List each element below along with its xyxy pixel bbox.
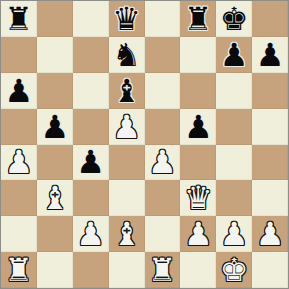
black-pawn-piece: ♟: [5, 73, 34, 109]
square-c8[interactable]: [73, 1, 109, 37]
square-a4[interactable]: ♟: [1, 145, 37, 181]
black-pawn-piece: ♟: [76, 145, 105, 181]
black-pawn-piece: ♟: [184, 109, 213, 145]
square-d8[interactable]: ♛: [109, 1, 145, 37]
square-a2[interactable]: [1, 216, 37, 252]
square-h2[interactable]: ♟: [252, 216, 288, 252]
white-pawn-piece: ♟: [112, 109, 141, 145]
square-b7[interactable]: [37, 37, 73, 73]
square-h8[interactable]: [252, 1, 288, 37]
square-a6[interactable]: ♟: [1, 73, 37, 109]
square-b5[interactable]: ♟: [37, 109, 73, 145]
black-bishop-piece: ♝: [112, 73, 141, 109]
square-b3[interactable]: ♝: [37, 180, 73, 216]
square-e3[interactable]: [145, 180, 181, 216]
square-f3[interactable]: ♛: [180, 180, 216, 216]
square-b2[interactable]: [37, 216, 73, 252]
white-rook-piece: ♜: [148, 252, 177, 288]
square-c6[interactable]: [73, 73, 109, 109]
square-h6[interactable]: [252, 73, 288, 109]
square-e8[interactable]: [145, 1, 181, 37]
square-g1[interactable]: ♚: [216, 252, 252, 288]
black-pawn-piece: ♟: [220, 37, 249, 73]
square-h7[interactable]: ♟: [252, 37, 288, 73]
black-pawn-piece: ♟: [256, 37, 285, 73]
white-pawn-piece: ♟: [76, 216, 105, 252]
square-b6[interactable]: [37, 73, 73, 109]
square-b4[interactable]: [37, 145, 73, 181]
square-c4[interactable]: ♟: [73, 145, 109, 181]
square-g3[interactable]: [216, 180, 252, 216]
black-king-piece: ♚: [220, 1, 249, 37]
white-pawn-piece: ♟: [148, 145, 177, 181]
square-d1[interactable]: [109, 252, 145, 288]
square-g8[interactable]: ♚: [216, 1, 252, 37]
black-rook-piece: ♜: [5, 1, 34, 37]
square-a8[interactable]: ♜: [1, 1, 37, 37]
square-f1[interactable]: [180, 252, 216, 288]
chess-board: ♜♛♜♚♞♟♟♟♝♟♟♟♟♟♟♝♛♟♝♟♟♟♜♜♚: [0, 0, 289, 289]
square-a1[interactable]: ♜: [1, 252, 37, 288]
square-g4[interactable]: [216, 145, 252, 181]
black-queen-piece: ♛: [112, 1, 141, 37]
white-rook-piece: ♜: [5, 252, 34, 288]
black-pawn-piece: ♟: [40, 109, 69, 145]
white-pawn-piece: ♟: [256, 216, 285, 252]
white-pawn-piece: ♟: [5, 145, 34, 181]
square-d4[interactable]: [109, 145, 145, 181]
square-a3[interactable]: [1, 180, 37, 216]
square-e2[interactable]: [145, 216, 181, 252]
square-f4[interactable]: [180, 145, 216, 181]
square-h5[interactable]: [252, 109, 288, 145]
white-pawn-piece: ♟: [220, 216, 249, 252]
square-g2[interactable]: ♟: [216, 216, 252, 252]
square-f5[interactable]: ♟: [180, 109, 216, 145]
square-e1[interactable]: ♜: [145, 252, 181, 288]
white-bishop-piece: ♝: [40, 180, 69, 216]
square-h1[interactable]: [252, 252, 288, 288]
square-b1[interactable]: [37, 252, 73, 288]
square-d6[interactable]: ♝: [109, 73, 145, 109]
white-bishop-piece: ♝: [112, 216, 141, 252]
chess-board-grid: ♜♛♜♚♞♟♟♟♝♟♟♟♟♟♟♝♛♟♝♟♟♟♜♜♚: [1, 1, 288, 288]
white-king-piece: ♚: [220, 252, 249, 288]
black-knight-piece: ♞: [112, 37, 141, 73]
square-e5[interactable]: [145, 109, 181, 145]
white-pawn-piece: ♟: [184, 216, 213, 252]
square-d5[interactable]: ♟: [109, 109, 145, 145]
white-queen-piece: ♛: [184, 180, 213, 216]
square-c3[interactable]: [73, 180, 109, 216]
square-h4[interactable]: [252, 145, 288, 181]
square-e4[interactable]: ♟: [145, 145, 181, 181]
square-g5[interactable]: [216, 109, 252, 145]
square-c2[interactable]: ♟: [73, 216, 109, 252]
square-a7[interactable]: [1, 37, 37, 73]
square-a5[interactable]: [1, 109, 37, 145]
square-h3[interactable]: [252, 180, 288, 216]
square-d3[interactable]: [109, 180, 145, 216]
square-c7[interactable]: [73, 37, 109, 73]
square-g6[interactable]: [216, 73, 252, 109]
square-c1[interactable]: [73, 252, 109, 288]
square-d7[interactable]: ♞: [109, 37, 145, 73]
square-f8[interactable]: ♜: [180, 1, 216, 37]
square-c5[interactable]: [73, 109, 109, 145]
square-b8[interactable]: [37, 1, 73, 37]
square-g7[interactable]: ♟: [216, 37, 252, 73]
square-f2[interactable]: ♟: [180, 216, 216, 252]
square-d2[interactable]: ♝: [109, 216, 145, 252]
square-e6[interactable]: [145, 73, 181, 109]
black-rook-piece: ♜: [184, 1, 213, 37]
square-f6[interactable]: [180, 73, 216, 109]
square-e7[interactable]: [145, 37, 181, 73]
square-f7[interactable]: [180, 37, 216, 73]
